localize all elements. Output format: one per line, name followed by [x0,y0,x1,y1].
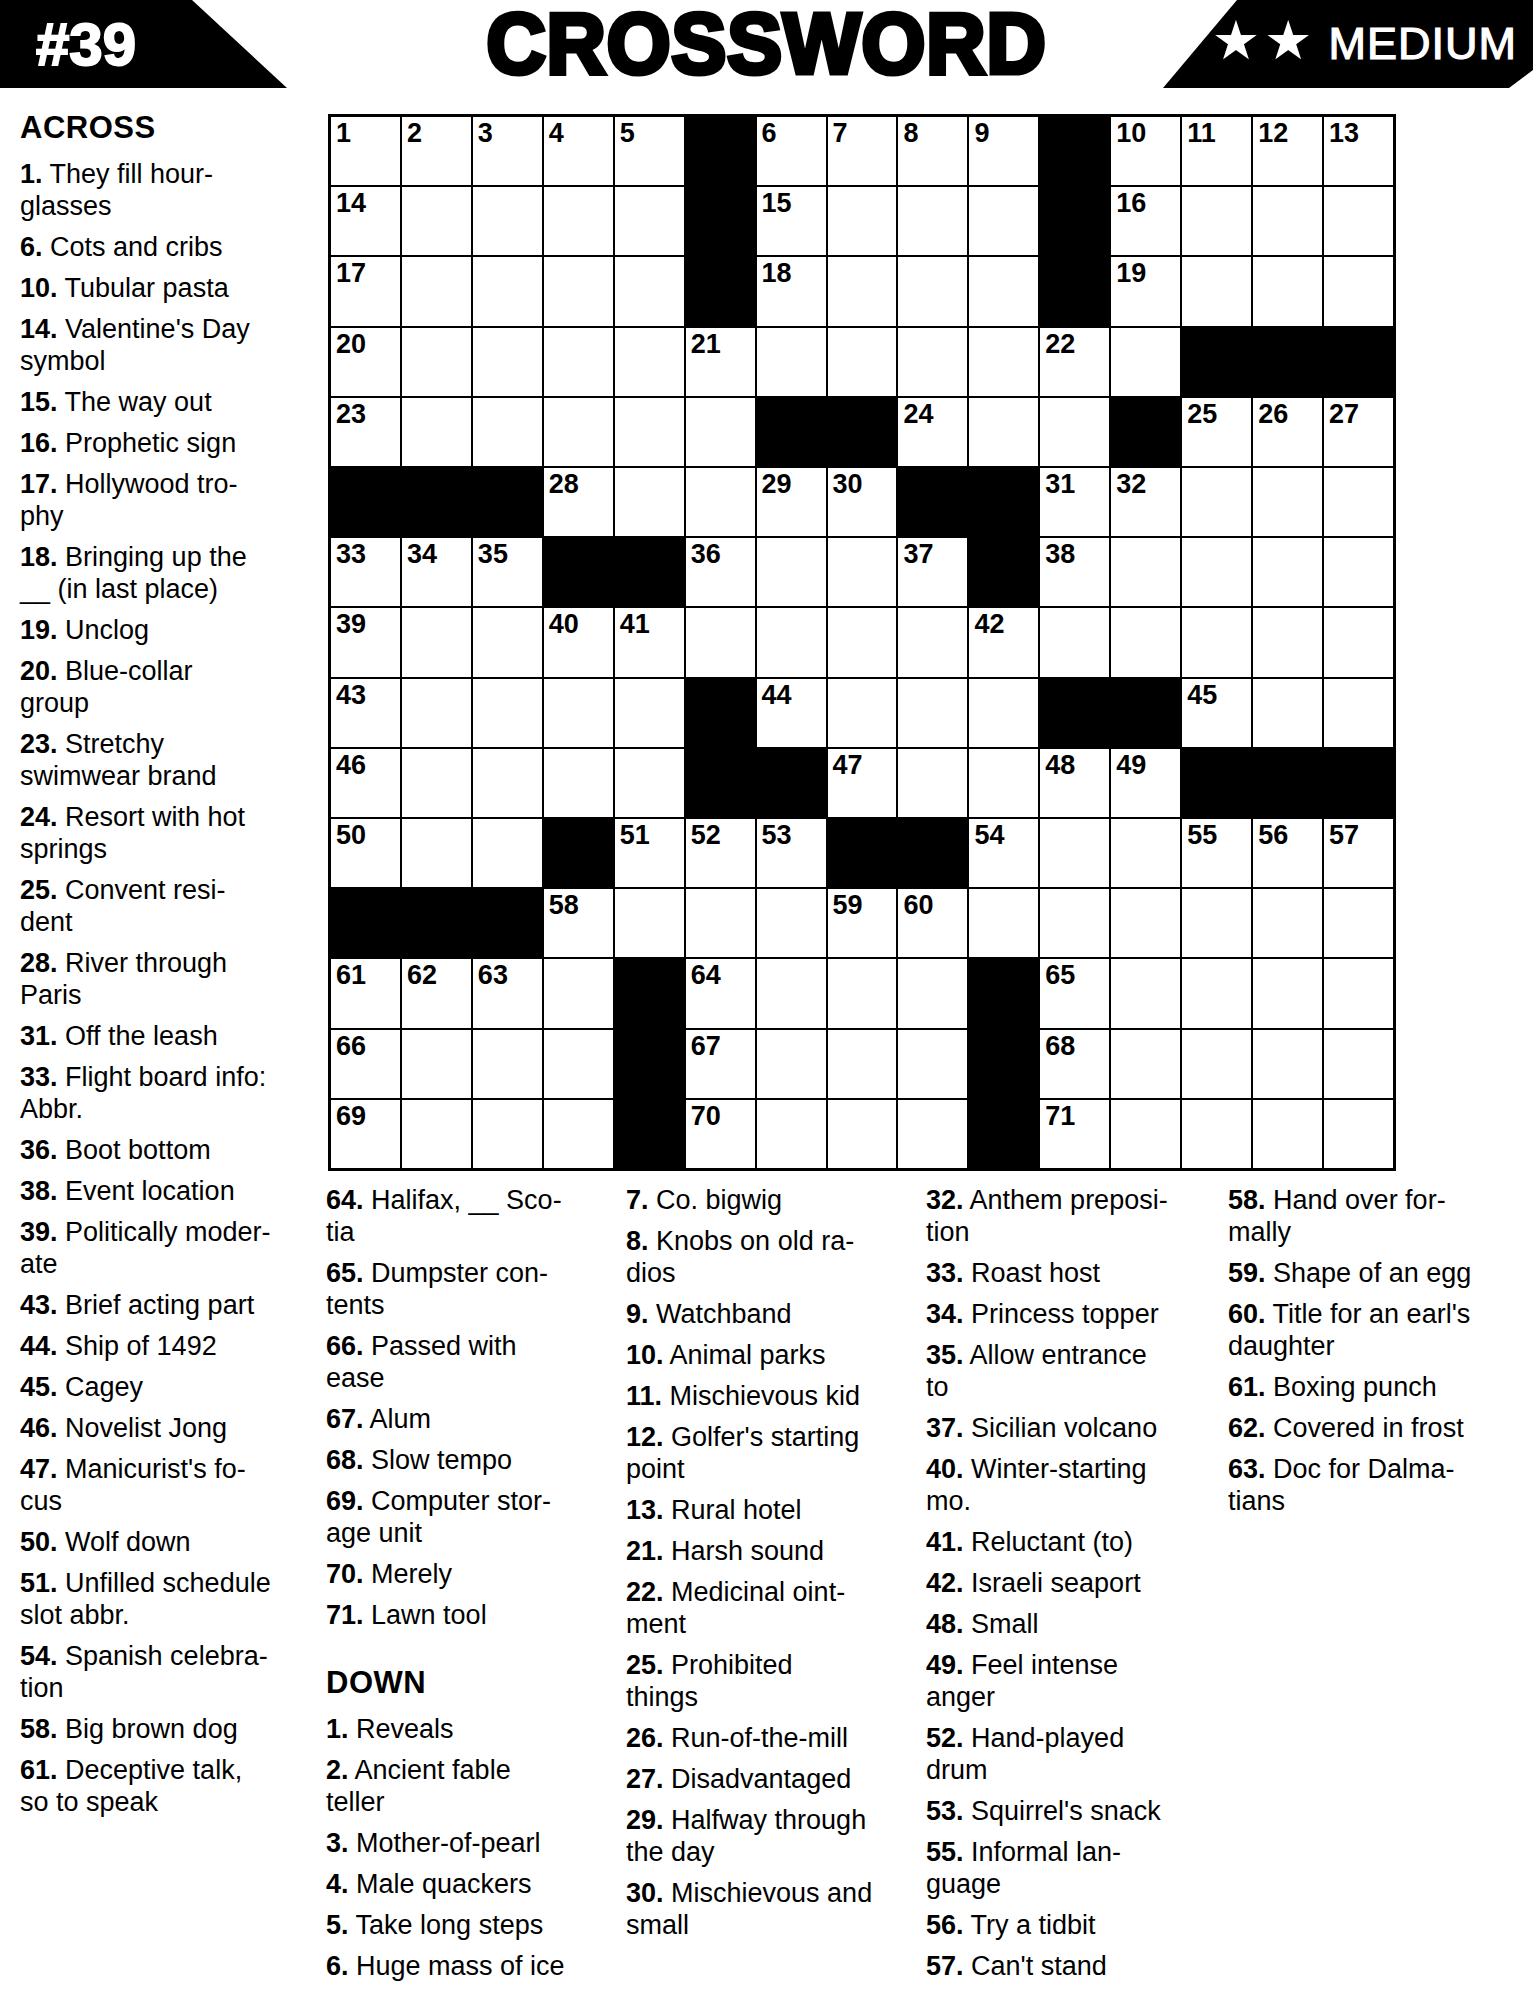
grid-cell[interactable]: 55 [1182,819,1251,887]
grid-cell[interactable] [1040,398,1109,466]
clue-number: 32. [926,1185,964,1215]
grid-cell[interactable]: 59 [828,889,897,957]
grid-cell[interactable] [1253,1100,1322,1168]
grid-cell[interactable] [1253,889,1322,957]
grid-cell[interactable]: 33 [331,538,400,606]
grid-cell[interactable]: 40 [544,608,613,676]
clue-number: 21. [626,1536,664,1566]
grid-cell[interactable]: 35 [473,538,542,606]
grid-cell[interactable] [757,608,826,676]
grid-cell[interactable] [898,959,967,1027]
grid-cell[interactable] [473,608,542,676]
grid-cell[interactable]: 21 [686,328,755,396]
grid-cell[interactable] [615,679,684,747]
grid-cell[interactable] [615,889,684,957]
grid-cell[interactable] [828,959,897,1027]
grid-cell[interactable]: 12 [1253,117,1322,185]
cell-number: 52 [691,821,721,849]
clue-item: 10. Animal parks [626,1339,928,1371]
grid-cell[interactable] [898,679,967,747]
grid-cell[interactable] [898,257,967,325]
cell-number: 61 [336,961,366,989]
black-cell [1324,328,1393,396]
grid-cell[interactable]: 34 [402,538,471,606]
grid-cell[interactable]: 23 [331,398,400,466]
grid-cell[interactable] [1324,1030,1393,1098]
grid-cell[interactable]: 8 [898,117,967,185]
grid-cell[interactable] [757,1100,826,1168]
clue-number: 47. [20,1454,58,1484]
clue-number: 71. [326,1600,364,1630]
grid-cell[interactable] [898,749,967,817]
clue-item: 29. Halfway through the day [626,1804,928,1868]
star-icons: ★★ [1212,14,1317,74]
black-cell [544,538,613,606]
grid-cell[interactable] [969,257,1038,325]
clue-number: 66. [326,1331,364,1361]
cell-number: 9 [974,119,989,147]
black-cell [615,959,684,1027]
clue-item: 57. Can't stand [926,1950,1228,1982]
clue-number: 1. [326,1714,349,1744]
clue-item: 25. Convent resi- dent [20,874,322,938]
grid-cell[interactable] [1324,1100,1393,1168]
grid-cell[interactable]: 58 [544,889,613,957]
grid-cell[interactable]: 1 [331,117,400,185]
grid-cell[interactable] [402,679,471,747]
grid-cell[interactable] [1324,608,1393,676]
clue-number: 25. [626,1650,664,1680]
grid-cell[interactable] [828,187,897,255]
grid-cell[interactable] [828,608,897,676]
grid-cell[interactable] [473,187,542,255]
grid-cell[interactable] [544,1030,613,1098]
black-cell [1182,749,1251,817]
cell-number: 48 [1045,751,1075,779]
clue-number: 50. [20,1527,58,1557]
grid-cell[interactable] [969,398,1038,466]
clue-number: 18. [20,542,58,572]
grid-cell[interactable] [544,679,613,747]
clue-item: 17. Hollywood tro- phy [20,468,322,532]
clue-item: 32. Anthem preposi- tion [926,1184,1228,1248]
clue-number: 15. [20,387,58,417]
clue-column-5: 58. Hand over for- mally59. Shape of an … [1228,1184,1528,1526]
cell-number: 15 [762,189,792,217]
grid-cell[interactable]: 5 [615,117,684,185]
grid-cell[interactable] [1253,468,1322,536]
grid-cell[interactable] [828,257,897,325]
grid-cell[interactable]: 39 [331,608,400,676]
grid-cell[interactable] [1111,608,1180,676]
clue-item: 54. Spanish celebra- tion [20,1640,322,1704]
grid-cell[interactable] [544,959,613,1027]
cell-number: 44 [762,681,792,709]
black-cell [686,187,755,255]
grid-cell[interactable] [1253,608,1322,676]
grid-cell[interactable]: 25 [1182,398,1251,466]
grid-cell[interactable]: 69 [331,1100,400,1168]
cell-number: 37 [903,540,933,568]
grid-cell[interactable] [1182,608,1251,676]
grid-cell[interactable] [1182,187,1251,255]
grid-cell[interactable] [1324,468,1393,536]
cell-number: 68 [1045,1032,1075,1060]
grid-cell[interactable] [544,749,613,817]
grid-cell[interactable] [757,959,826,1027]
clue-item: 45. Cagey [20,1371,322,1403]
grid-cell[interactable]: 2 [402,117,471,185]
clue-item: 13. Rural hotel [626,1494,928,1526]
grid-cell[interactable]: 7 [828,117,897,185]
black-cell [615,1030,684,1098]
grid-cell[interactable]: 22 [1040,328,1109,396]
grid-cell[interactable] [615,749,684,817]
grid-cell[interactable] [473,679,542,747]
clue-item: 50. Wolf down [20,1526,322,1558]
cell-number: 21 [691,330,721,358]
grid-cell[interactable] [1111,1100,1180,1168]
grid-cell[interactable] [686,608,755,676]
grid-cell[interactable]: 70 [686,1100,755,1168]
grid-cell[interactable] [402,1100,471,1168]
grid-cell[interactable]: 44 [757,679,826,747]
grid-cell[interactable] [828,679,897,747]
clue-number: 67. [326,1404,364,1434]
grid-cell[interactable] [473,749,542,817]
grid-cell[interactable]: 41 [615,608,684,676]
grid-cell[interactable] [1324,959,1393,1027]
grid-cell[interactable]: 42 [969,608,1038,676]
grid-cell[interactable]: 45 [1182,679,1251,747]
clue-number: 51. [20,1568,58,1598]
cell-number: 69 [336,1102,366,1130]
clue-item: 24. Resort with hot springs [20,801,322,865]
black-cell [828,819,897,887]
grid-cell[interactable]: 37 [898,538,967,606]
clue-item: 33. Roast host [926,1257,1228,1289]
clue-number: 63. [1228,1454,1266,1484]
clue-number: 24. [20,802,58,832]
grid-cell[interactable] [1324,187,1393,255]
cell-number: 62 [407,961,437,989]
clue-number: 38. [20,1176,58,1206]
clue-item: 20. Blue-collar group [20,655,322,719]
grid-cell[interactable]: 49 [1111,749,1180,817]
header-band: CROSSWORD #39 ★★ MEDIUM [0,0,1533,88]
cell-number: 18 [762,259,792,287]
grid-cell[interactable] [969,749,1038,817]
black-cell [331,468,400,536]
grid-cell[interactable]: 66 [331,1030,400,1098]
clue-item: 38. Event location [20,1175,322,1207]
grid-cell[interactable]: 24 [898,398,967,466]
grid-cell[interactable] [686,398,755,466]
cell-number: 53 [762,821,792,849]
grid-cell[interactable]: 60 [898,889,967,957]
grid-cell[interactable]: 50 [331,819,400,887]
cell-number: 59 [833,891,863,919]
grid-cell[interactable]: 53 [757,819,826,887]
grid-cell[interactable]: 57 [1324,819,1393,887]
difficulty-badge: ★★ MEDIUM [1212,0,1517,88]
grid-cell[interactable]: 9 [969,117,1038,185]
grid-cell[interactable] [402,1030,471,1098]
clue-item: 1. They fill hour- glasses [20,158,322,222]
clue-item: 3. Mother-of-pearl [326,1827,628,1859]
grid-cell[interactable]: 47 [828,749,897,817]
clue-item: 40. Winter-starting mo. [926,1453,1228,1517]
clue-item: 49. Feel intense anger [926,1649,1228,1713]
grid-cell[interactable]: 54 [969,819,1038,887]
grid-cell[interactable] [544,257,613,325]
clue-number: 6. [326,1951,349,1981]
cell-number: 20 [336,330,366,358]
grid-cell[interactable]: 48 [1040,749,1109,817]
grid-cell[interactable]: 14 [331,187,400,255]
grid-cell[interactable] [828,538,897,606]
cell-number: 45 [1187,681,1217,709]
grid-cell[interactable] [402,187,471,255]
clue-item: 2. Ancient fable teller [326,1754,628,1818]
grid-cell[interactable] [1253,679,1322,747]
grid-cell[interactable] [615,257,684,325]
grid-cell[interactable]: 4 [544,117,613,185]
grid-cell[interactable] [402,819,471,887]
grid-cell[interactable]: 28 [544,468,613,536]
grid-cell[interactable] [1040,889,1109,957]
cell-number: 5 [620,119,635,147]
grid-cell[interactable] [1182,889,1251,957]
grid-cell[interactable] [1324,257,1393,325]
clue-item: 7. Co. bigwig [626,1184,928,1216]
clue-number: 36. [20,1135,58,1165]
grid-cell[interactable] [898,1100,967,1168]
clue-item: 15. The way out [20,386,322,418]
clue-number: 49. [926,1650,964,1680]
grid-cell[interactable] [1111,538,1180,606]
grid-cell[interactable] [1182,1100,1251,1168]
grid-cell[interactable] [686,468,755,536]
clue-item: 30. Mischievous and small [626,1877,928,1941]
grid-cell[interactable] [615,468,684,536]
grid-cell[interactable] [969,679,1038,747]
grid-cell[interactable] [402,608,471,676]
grid-cell[interactable] [898,1030,967,1098]
clue-item: 65. Dumpster con- tents [326,1257,628,1321]
black-cell [757,749,826,817]
grid-cell[interactable]: 30 [828,468,897,536]
grid-cell[interactable]: 19 [1111,257,1180,325]
clue-number: 60. [1228,1299,1266,1329]
grid-cell[interactable]: 63 [473,959,542,1027]
grid-cell[interactable] [544,328,613,396]
clue-item: 53. Squirrel's snack [926,1795,1228,1827]
grid-cell[interactable]: 16 [1111,187,1180,255]
grid-cell[interactable] [757,889,826,957]
grid-cell[interactable]: 67 [686,1030,755,1098]
black-cell [1324,749,1393,817]
grid-cell[interactable]: 32 [1111,468,1180,536]
clue-item: 16. Prophetic sign [20,427,322,459]
clue-number: 61. [20,1755,58,1785]
clue-item: 62. Covered in frost [1228,1412,1528,1444]
black-cell [615,1100,684,1168]
grid-cell[interactable]: 52 [686,819,755,887]
grid-cell[interactable] [473,1100,542,1168]
grid-cell[interactable] [1253,1030,1322,1098]
grid-cell[interactable] [1111,889,1180,957]
grid-cell[interactable]: 46 [331,749,400,817]
grid-cell[interactable] [898,608,967,676]
grid-cell[interactable] [969,328,1038,396]
grid-cell[interactable]: 26 [1253,398,1322,466]
black-cell [402,889,471,957]
cell-number: 3 [478,119,493,147]
grid-cell[interactable] [757,1030,826,1098]
grid-cell[interactable] [402,328,471,396]
grid-cell[interactable] [1324,538,1393,606]
black-cell [969,468,1038,536]
black-cell [686,679,755,747]
grid-cell[interactable] [544,398,613,466]
grid-cell[interactable] [757,538,826,606]
cell-number: 17 [336,259,366,287]
clue-number: 65. [326,1258,364,1288]
grid-cell[interactable]: 10 [1111,117,1180,185]
grid-cell[interactable] [1324,889,1393,957]
grid-cell[interactable] [1111,959,1180,1027]
clue-item: 66. Passed with ease [326,1330,628,1394]
clue-number: 55. [926,1837,964,1867]
grid-cell[interactable] [1182,257,1251,325]
grid-cell[interactable] [615,187,684,255]
grid-cell[interactable]: 56 [1253,819,1322,887]
grid-cell[interactable]: 18 [757,257,826,325]
grid-cell[interactable] [828,328,897,396]
black-cell [402,468,471,536]
grid-cell[interactable] [828,1030,897,1098]
grid-cell[interactable] [1111,819,1180,887]
grid-cell[interactable]: 65 [1040,959,1109,1027]
clue-number: 68. [326,1445,364,1475]
black-cell [331,889,400,957]
grid-cell[interactable] [1182,468,1251,536]
grid-cell[interactable] [1253,187,1322,255]
clue-item: 58. Big brown dog [20,1713,322,1745]
grid-cell[interactable]: 31 [1040,468,1109,536]
grid-cell[interactable] [1111,328,1180,396]
grid-cell[interactable] [402,257,471,325]
grid-cell[interactable] [615,398,684,466]
grid-cell[interactable]: 27 [1324,398,1393,466]
cell-number: 58 [549,891,579,919]
grid-cell[interactable]: 17 [331,257,400,325]
grid-cell[interactable] [1040,819,1109,887]
grid-cell[interactable] [1182,1030,1251,1098]
grid-cell[interactable]: 20 [331,328,400,396]
grid-cell[interactable] [1253,257,1322,325]
clue-number: 3. [326,1828,349,1858]
grid-cell[interactable] [898,328,967,396]
grid-cell[interactable] [898,187,967,255]
cell-number: 11 [1187,119,1216,147]
cell-number: 25 [1187,400,1217,428]
grid-cell[interactable]: 43 [331,679,400,747]
black-cell [615,538,684,606]
clue-number: 19. [20,615,58,645]
grid-cell[interactable] [473,398,542,466]
grid-cell[interactable] [1253,538,1322,606]
grid-cell[interactable] [1253,959,1322,1027]
grid-cell[interactable] [402,398,471,466]
grid-cell[interactable] [1324,679,1393,747]
grid-cell[interactable]: 61 [331,959,400,1027]
grid-cell[interactable] [969,187,1038,255]
grid-cell[interactable] [402,749,471,817]
grid-cell[interactable] [828,1100,897,1168]
grid-cell[interactable] [544,187,613,255]
clue-item: 9. Watchband [626,1298,928,1330]
clue-number: 17. [20,469,58,499]
clue-list-header: ACROSS [20,110,322,146]
grid-cell[interactable] [1182,538,1251,606]
cell-number: 36 [691,540,721,568]
grid-cell[interactable] [686,889,755,957]
grid-cell[interactable] [473,328,542,396]
grid-cell[interactable]: 64 [686,959,755,1027]
grid-cell[interactable] [544,1100,613,1168]
grid-cell[interactable]: 11 [1182,117,1251,185]
cell-number: 30 [833,470,863,498]
black-cell [686,257,755,325]
clue-item: 37. Sicilian volcano [926,1412,1228,1444]
grid-cell[interactable]: 51 [615,819,684,887]
grid-cell[interactable]: 38 [1040,538,1109,606]
cell-number: 63 [478,961,508,989]
grid-cell[interactable] [615,328,684,396]
grid-cell[interactable]: 13 [1324,117,1393,185]
grid-cell[interactable]: 71 [1040,1100,1109,1168]
grid-cell[interactable]: 6 [757,117,826,185]
black-cell [1111,398,1180,466]
grid-cell[interactable] [757,328,826,396]
grid-cell[interactable] [969,889,1038,957]
clue-number: 46. [20,1413,58,1443]
cell-number: 31 [1045,470,1075,498]
grid-cell[interactable] [1111,1030,1180,1098]
cell-number: 28 [549,470,579,498]
clue-number: 11. [626,1381,662,1411]
cell-number: 16 [1116,189,1146,217]
cell-number: 64 [691,961,721,989]
grid-cell[interactable]: 3 [473,117,542,185]
clue-number: 59. [1228,1258,1266,1288]
grid-cell[interactable] [473,819,542,887]
grid-cell[interactable]: 15 [757,187,826,255]
grid-cell[interactable]: 62 [402,959,471,1027]
grid-cell[interactable]: 36 [686,538,755,606]
grid-cell[interactable]: 29 [757,468,826,536]
cell-number: 33 [336,540,366,568]
grid-cell[interactable] [1040,608,1109,676]
cell-number: 27 [1329,400,1359,428]
grid-cell[interactable]: 68 [1040,1030,1109,1098]
grid-cell[interactable] [473,257,542,325]
black-cell [1040,117,1109,185]
grid-cell[interactable] [1182,959,1251,1027]
grid-cell[interactable] [473,1030,542,1098]
